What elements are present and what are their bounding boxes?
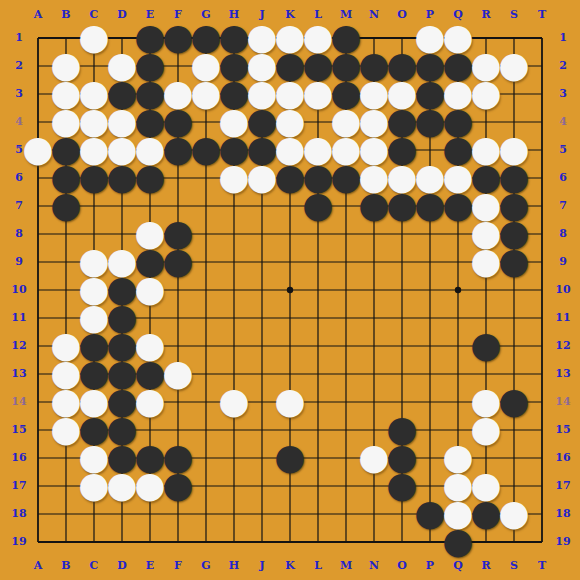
intersection-P19[interactable] <box>416 528 444 556</box>
intersection-P10[interactable] <box>416 276 444 304</box>
intersection-N14[interactable] <box>360 388 388 416</box>
intersection-J10[interactable] <box>248 276 276 304</box>
intersection-P6[interactable]: ● <box>416 164 444 192</box>
intersection-O6[interactable]: ● <box>388 164 416 192</box>
intersection-L13[interactable] <box>304 360 332 388</box>
intersection-M15[interactable] <box>332 416 360 444</box>
intersection-R4[interactable] <box>472 108 500 136</box>
intersection-C9[interactable]: ● <box>80 248 108 276</box>
intersection-M19[interactable] <box>332 528 360 556</box>
intersection-J13[interactable] <box>248 360 276 388</box>
intersection-R10[interactable] <box>472 276 500 304</box>
intersection-L3[interactable]: ● <box>304 80 332 108</box>
intersection-C7[interactable] <box>80 192 108 220</box>
intersection-L14[interactable] <box>304 388 332 416</box>
intersection-Q14[interactable] <box>444 388 472 416</box>
intersection-B19[interactable] <box>52 528 80 556</box>
intersection-P14[interactable] <box>416 388 444 416</box>
intersection-Q19[interactable]: ● <box>444 528 472 556</box>
intersection-Q18[interactable]: ● <box>444 500 472 528</box>
intersection-E8[interactable]: ● <box>136 220 164 248</box>
intersection-J7[interactable] <box>248 192 276 220</box>
intersection-B6[interactable]: ● <box>52 164 80 192</box>
intersection-B18[interactable] <box>52 500 80 528</box>
intersection-M10[interactable] <box>332 276 360 304</box>
intersection-C17[interactable]: ● <box>80 472 108 500</box>
intersection-H17[interactable] <box>220 472 248 500</box>
intersection-F13[interactable]: ● <box>164 360 192 388</box>
intersection-G6[interactable] <box>192 164 220 192</box>
intersection-P13[interactable] <box>416 360 444 388</box>
intersection-H3[interactable]: ● <box>220 80 248 108</box>
intersection-O17[interactable]: ● <box>388 472 416 500</box>
intersection-J1[interactable]: ● <box>248 24 276 52</box>
intersection-K12[interactable] <box>276 332 304 360</box>
intersection-R19[interactable] <box>472 528 500 556</box>
intersection-N7[interactable]: ● <box>360 192 388 220</box>
intersection-S2[interactable]: ● <box>500 52 528 80</box>
intersection-E14[interactable]: ● <box>136 388 164 416</box>
intersection-F6[interactable] <box>164 164 192 192</box>
intersection-N10[interactable] <box>360 276 388 304</box>
intersection-E5[interactable]: ● <box>136 136 164 164</box>
intersection-R1[interactable] <box>472 24 500 52</box>
intersection-P2[interactable]: ● <box>416 52 444 80</box>
intersection-H19[interactable] <box>220 528 248 556</box>
intersection-F17[interactable]: ● <box>164 472 192 500</box>
intersection-O5[interactable]: ● <box>388 136 416 164</box>
intersection-E4[interactable]: ● <box>136 108 164 136</box>
intersection-M17[interactable] <box>332 472 360 500</box>
intersection-K18[interactable] <box>276 500 304 528</box>
intersection-J15[interactable] <box>248 416 276 444</box>
intersection-M16[interactable] <box>332 444 360 472</box>
intersection-F19[interactable] <box>164 528 192 556</box>
intersection-D16[interactable]: ● <box>108 444 136 472</box>
intersection-D2[interactable]: ● <box>108 52 136 80</box>
intersection-P9[interactable] <box>416 248 444 276</box>
intersection-E9[interactable]: ● <box>136 248 164 276</box>
intersection-S7[interactable]: ● <box>500 192 528 220</box>
intersection-J5[interactable]: ● <box>248 136 276 164</box>
intersection-D5[interactable]: ● <box>108 136 136 164</box>
intersection-R8[interactable]: ● <box>472 220 500 248</box>
intersection-C15[interactable]: ● <box>80 416 108 444</box>
intersection-F11[interactable] <box>164 304 192 332</box>
intersection-M14[interactable] <box>332 388 360 416</box>
intersection-M3[interactable]: ● <box>332 80 360 108</box>
intersection-O14[interactable] <box>388 388 416 416</box>
intersection-O3[interactable]: ● <box>388 80 416 108</box>
intersection-M13[interactable] <box>332 360 360 388</box>
intersection-O18[interactable] <box>388 500 416 528</box>
intersection-D13[interactable]: ● <box>108 360 136 388</box>
intersection-O11[interactable] <box>388 304 416 332</box>
intersection-K6[interactable]: ● <box>276 164 304 192</box>
intersection-C5[interactable]: ● <box>80 136 108 164</box>
intersection-O12[interactable] <box>388 332 416 360</box>
intersection-R3[interactable]: ● <box>472 80 500 108</box>
intersection-E10[interactable]: ● <box>136 276 164 304</box>
intersection-D11[interactable]: ● <box>108 304 136 332</box>
intersection-S19[interactable] <box>500 528 528 556</box>
intersection-L1[interactable]: ● <box>304 24 332 52</box>
intersection-S11[interactable] <box>500 304 528 332</box>
intersection-E19[interactable] <box>136 528 164 556</box>
intersection-J3[interactable]: ● <box>248 80 276 108</box>
intersection-R7[interactable]: ● <box>472 192 500 220</box>
intersection-F9[interactable]: ● <box>164 248 192 276</box>
intersection-F12[interactable] <box>164 332 192 360</box>
intersection-P4[interactable]: ● <box>416 108 444 136</box>
intersection-C4[interactable]: ● <box>80 108 108 136</box>
intersection-L12[interactable] <box>304 332 332 360</box>
intersection-R18[interactable]: ● <box>472 500 500 528</box>
intersection-F5[interactable]: ● <box>164 136 192 164</box>
intersection-O8[interactable] <box>388 220 416 248</box>
intersection-K19[interactable] <box>276 528 304 556</box>
intersection-Q1[interactable]: ● <box>444 24 472 52</box>
intersection-J9[interactable] <box>248 248 276 276</box>
intersection-L7[interactable]: ● <box>304 192 332 220</box>
intersection-P8[interactable] <box>416 220 444 248</box>
intersection-H1[interactable]: ● <box>220 24 248 52</box>
intersection-F1[interactable]: ● <box>164 24 192 52</box>
intersection-S3[interactable] <box>500 80 528 108</box>
intersection-H4[interactable]: ● <box>220 108 248 136</box>
intersection-Q10[interactable] <box>444 276 472 304</box>
intersection-B11[interactable] <box>52 304 80 332</box>
intersection-D1[interactable] <box>108 24 136 52</box>
intersection-R13[interactable] <box>472 360 500 388</box>
intersection-Q5[interactable]: ● <box>444 136 472 164</box>
intersection-L18[interactable] <box>304 500 332 528</box>
intersection-Q12[interactable] <box>444 332 472 360</box>
intersection-F7[interactable] <box>164 192 192 220</box>
intersection-O19[interactable] <box>388 528 416 556</box>
intersection-Q16[interactable]: ● <box>444 444 472 472</box>
intersection-K1[interactable]: ● <box>276 24 304 52</box>
intersection-C10[interactable]: ● <box>80 276 108 304</box>
intersection-O16[interactable]: ● <box>388 444 416 472</box>
intersection-D15[interactable]: ● <box>108 416 136 444</box>
intersection-N16[interactable]: ● <box>360 444 388 472</box>
intersection-G14[interactable] <box>192 388 220 416</box>
intersection-J4[interactable]: ● <box>248 108 276 136</box>
intersection-H6[interactable]: ● <box>220 164 248 192</box>
intersection-J8[interactable] <box>248 220 276 248</box>
intersection-R9[interactable]: ● <box>472 248 500 276</box>
intersection-G2[interactable]: ● <box>192 52 220 80</box>
intersection-E11[interactable] <box>136 304 164 332</box>
intersection-S1[interactable] <box>500 24 528 52</box>
intersection-H13[interactable] <box>220 360 248 388</box>
intersection-B13[interactable]: ● <box>52 360 80 388</box>
intersection-Q13[interactable] <box>444 360 472 388</box>
intersection-C6[interactable]: ● <box>80 164 108 192</box>
intersection-M9[interactable] <box>332 248 360 276</box>
intersection-N15[interactable] <box>360 416 388 444</box>
intersection-Q9[interactable] <box>444 248 472 276</box>
intersection-L10[interactable] <box>304 276 332 304</box>
intersection-K5[interactable]: ● <box>276 136 304 164</box>
intersection-N1[interactable] <box>360 24 388 52</box>
intersection-O4[interactable]: ● <box>388 108 416 136</box>
intersection-S16[interactable] <box>500 444 528 472</box>
intersection-M1[interactable]: ● <box>332 24 360 52</box>
intersection-P15[interactable] <box>416 416 444 444</box>
intersection-E17[interactable]: ● <box>136 472 164 500</box>
intersection-H11[interactable] <box>220 304 248 332</box>
intersection-R15[interactable]: ● <box>472 416 500 444</box>
intersection-P12[interactable] <box>416 332 444 360</box>
intersection-H12[interactable] <box>220 332 248 360</box>
intersection-H9[interactable] <box>220 248 248 276</box>
intersection-Q11[interactable] <box>444 304 472 332</box>
intersection-J12[interactable] <box>248 332 276 360</box>
intersection-G8[interactable] <box>192 220 220 248</box>
intersection-G18[interactable] <box>192 500 220 528</box>
intersection-S15[interactable] <box>500 416 528 444</box>
intersection-O1[interactable] <box>388 24 416 52</box>
intersection-K4[interactable]: ● <box>276 108 304 136</box>
intersection-M6[interactable]: ● <box>332 164 360 192</box>
intersection-D8[interactable] <box>108 220 136 248</box>
intersection-L15[interactable] <box>304 416 332 444</box>
intersection-B1[interactable] <box>52 24 80 52</box>
intersection-N6[interactable]: ● <box>360 164 388 192</box>
intersection-M12[interactable] <box>332 332 360 360</box>
intersection-D3[interactable]: ● <box>108 80 136 108</box>
intersection-F3[interactable]: ● <box>164 80 192 108</box>
intersection-L5[interactable]: ● <box>304 136 332 164</box>
intersection-C14[interactable]: ● <box>80 388 108 416</box>
intersection-H18[interactable] <box>220 500 248 528</box>
intersection-M7[interactable] <box>332 192 360 220</box>
intersection-F16[interactable]: ● <box>164 444 192 472</box>
intersection-S13[interactable] <box>500 360 528 388</box>
intersection-R14[interactable]: ● <box>472 388 500 416</box>
intersection-D6[interactable]: ● <box>108 164 136 192</box>
intersection-P5[interactable] <box>416 136 444 164</box>
intersection-R17[interactable]: ● <box>472 472 500 500</box>
intersection-G3[interactable]: ● <box>192 80 220 108</box>
intersection-D17[interactable]: ● <box>108 472 136 500</box>
intersection-Q6[interactable]: ● <box>444 164 472 192</box>
intersection-E6[interactable]: ● <box>136 164 164 192</box>
intersection-O2[interactable]: ● <box>388 52 416 80</box>
intersection-B7[interactable]: ● <box>52 192 80 220</box>
intersection-H5[interactable]: ● <box>220 136 248 164</box>
intersection-C12[interactable]: ● <box>80 332 108 360</box>
intersection-E18[interactable] <box>136 500 164 528</box>
intersection-M2[interactable]: ● <box>332 52 360 80</box>
intersection-M18[interactable] <box>332 500 360 528</box>
intersection-P3[interactable]: ● <box>416 80 444 108</box>
intersection-F18[interactable] <box>164 500 192 528</box>
intersection-S12[interactable] <box>500 332 528 360</box>
intersection-E13[interactable]: ● <box>136 360 164 388</box>
intersection-R2[interactable]: ● <box>472 52 500 80</box>
intersection-B14[interactable]: ● <box>52 388 80 416</box>
intersection-J11[interactable] <box>248 304 276 332</box>
intersection-R6[interactable]: ● <box>472 164 500 192</box>
intersection-K7[interactable] <box>276 192 304 220</box>
intersection-C8[interactable] <box>80 220 108 248</box>
intersection-C19[interactable] <box>80 528 108 556</box>
intersection-N4[interactable]: ● <box>360 108 388 136</box>
intersection-R12[interactable]: ● <box>472 332 500 360</box>
intersection-R16[interactable] <box>472 444 500 472</box>
intersection-S9[interactable]: ● <box>500 248 528 276</box>
intersection-B9[interactable] <box>52 248 80 276</box>
intersection-D19[interactable] <box>108 528 136 556</box>
intersection-N17[interactable] <box>360 472 388 500</box>
intersection-S14[interactable]: ● <box>500 388 528 416</box>
intersection-S17[interactable] <box>500 472 528 500</box>
intersection-J16[interactable] <box>248 444 276 472</box>
intersection-J17[interactable] <box>248 472 276 500</box>
intersection-C16[interactable]: ● <box>80 444 108 472</box>
intersection-M11[interactable] <box>332 304 360 332</box>
intersection-B10[interactable] <box>52 276 80 304</box>
intersection-O7[interactable]: ● <box>388 192 416 220</box>
intersection-K10[interactable] <box>276 276 304 304</box>
intersection-D4[interactable]: ● <box>108 108 136 136</box>
intersection-N13[interactable] <box>360 360 388 388</box>
intersection-B16[interactable] <box>52 444 80 472</box>
intersection-E3[interactable]: ● <box>136 80 164 108</box>
intersection-G11[interactable] <box>192 304 220 332</box>
intersection-L17[interactable] <box>304 472 332 500</box>
intersection-L16[interactable] <box>304 444 332 472</box>
intersection-H8[interactable] <box>220 220 248 248</box>
intersection-B4[interactable]: ● <box>52 108 80 136</box>
intersection-F14[interactable] <box>164 388 192 416</box>
intersection-N2[interactable]: ● <box>360 52 388 80</box>
intersection-Q4[interactable]: ● <box>444 108 472 136</box>
intersection-C1[interactable]: ● <box>80 24 108 52</box>
intersection-G17[interactable] <box>192 472 220 500</box>
intersection-F10[interactable] <box>164 276 192 304</box>
intersection-R11[interactable] <box>472 304 500 332</box>
intersection-Q15[interactable] <box>444 416 472 444</box>
intersection-C3[interactable]: ● <box>80 80 108 108</box>
intersection-N18[interactable] <box>360 500 388 528</box>
intersection-P1[interactable]: ● <box>416 24 444 52</box>
intersection-H2[interactable]: ● <box>220 52 248 80</box>
intersection-J6[interactable]: ● <box>248 164 276 192</box>
intersection-N11[interactable] <box>360 304 388 332</box>
intersection-B5[interactable]: ● <box>52 136 80 164</box>
intersection-B17[interactable] <box>52 472 80 500</box>
intersection-M5[interactable]: ● <box>332 136 360 164</box>
intersection-N3[interactable]: ● <box>360 80 388 108</box>
intersection-S10[interactable] <box>500 276 528 304</box>
intersection-L8[interactable] <box>304 220 332 248</box>
intersection-L19[interactable] <box>304 528 332 556</box>
intersection-C18[interactable] <box>80 500 108 528</box>
intersection-K16[interactable]: ● <box>276 444 304 472</box>
intersection-Q2[interactable]: ● <box>444 52 472 80</box>
intersection-G10[interactable] <box>192 276 220 304</box>
intersection-P18[interactable]: ● <box>416 500 444 528</box>
intersection-D7[interactable] <box>108 192 136 220</box>
intersection-K13[interactable] <box>276 360 304 388</box>
intersection-D9[interactable]: ● <box>108 248 136 276</box>
intersection-P16[interactable] <box>416 444 444 472</box>
intersection-B12[interactable]: ● <box>52 332 80 360</box>
intersection-N9[interactable] <box>360 248 388 276</box>
intersection-G9[interactable] <box>192 248 220 276</box>
intersection-K15[interactable] <box>276 416 304 444</box>
intersection-K3[interactable]: ● <box>276 80 304 108</box>
intersection-F2[interactable] <box>164 52 192 80</box>
intersection-E7[interactable] <box>136 192 164 220</box>
intersection-F4[interactable]: ● <box>164 108 192 136</box>
intersection-Q8[interactable] <box>444 220 472 248</box>
intersection-G7[interactable] <box>192 192 220 220</box>
intersection-C2[interactable] <box>80 52 108 80</box>
intersection-S5[interactable]: ● <box>500 136 528 164</box>
intersection-P7[interactable]: ● <box>416 192 444 220</box>
intersection-O13[interactable] <box>388 360 416 388</box>
intersection-O9[interactable] <box>388 248 416 276</box>
intersection-R5[interactable]: ● <box>472 136 500 164</box>
intersection-H15[interactable] <box>220 416 248 444</box>
intersection-S6[interactable]: ● <box>500 164 528 192</box>
intersection-D12[interactable]: ● <box>108 332 136 360</box>
intersection-G5[interactable]: ● <box>192 136 220 164</box>
intersection-D10[interactable]: ● <box>108 276 136 304</box>
intersection-G4[interactable] <box>192 108 220 136</box>
intersection-S8[interactable]: ● <box>500 220 528 248</box>
intersection-L2[interactable]: ● <box>304 52 332 80</box>
intersection-N19[interactable] <box>360 528 388 556</box>
intersection-K17[interactable] <box>276 472 304 500</box>
intersection-G16[interactable] <box>192 444 220 472</box>
intersection-E2[interactable]: ● <box>136 52 164 80</box>
intersection-Q7[interactable]: ● <box>444 192 472 220</box>
intersection-J18[interactable] <box>248 500 276 528</box>
intersection-J2[interactable]: ● <box>248 52 276 80</box>
intersection-G15[interactable] <box>192 416 220 444</box>
intersection-N8[interactable] <box>360 220 388 248</box>
intersection-D18[interactable] <box>108 500 136 528</box>
intersection-B3[interactable]: ● <box>52 80 80 108</box>
intersection-Q3[interactable]: ● <box>444 80 472 108</box>
intersection-B2[interactable]: ● <box>52 52 80 80</box>
intersection-G13[interactable] <box>192 360 220 388</box>
intersection-E16[interactable]: ● <box>136 444 164 472</box>
intersection-K9[interactable] <box>276 248 304 276</box>
intersection-L6[interactable]: ● <box>304 164 332 192</box>
intersection-M8[interactable] <box>332 220 360 248</box>
intersection-C13[interactable]: ● <box>80 360 108 388</box>
intersection-M4[interactable]: ● <box>332 108 360 136</box>
intersection-G19[interactable] <box>192 528 220 556</box>
intersection-H7[interactable] <box>220 192 248 220</box>
intersection-F15[interactable] <box>164 416 192 444</box>
intersection-K8[interactable] <box>276 220 304 248</box>
intersection-L9[interactable] <box>304 248 332 276</box>
intersection-P17[interactable] <box>416 472 444 500</box>
intersection-N5[interactable]: ● <box>360 136 388 164</box>
intersection-K14[interactable]: ● <box>276 388 304 416</box>
intersection-F8[interactable]: ● <box>164 220 192 248</box>
intersection-N12[interactable] <box>360 332 388 360</box>
intersection-G12[interactable] <box>192 332 220 360</box>
